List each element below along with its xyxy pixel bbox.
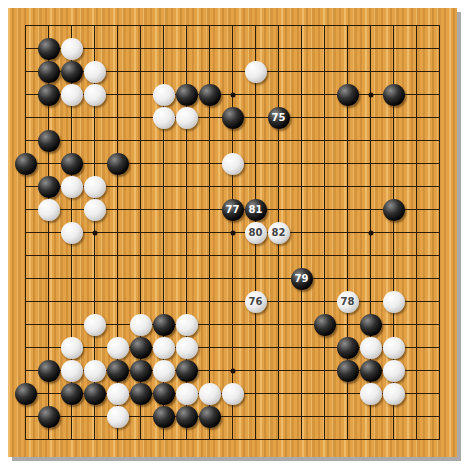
black-stone [176,360,198,382]
black-stone [199,84,221,106]
star-point [92,230,97,235]
black-stone [38,360,60,382]
black-stone [61,61,83,83]
black-stone [38,61,60,83]
white-stone [383,337,405,359]
black-stone [38,84,60,106]
black-stone-move-77: 77 [222,199,244,221]
black-stone-move-81: 81 [245,199,267,221]
black-stone [153,383,175,405]
star-point [230,92,235,97]
white-stone [153,360,175,382]
white-stone [61,222,83,244]
black-stone [360,314,382,336]
black-stone [222,107,244,129]
white-stone [153,107,175,129]
white-stone [107,406,129,428]
black-stone [383,84,405,106]
black-stone [176,406,198,428]
black-stone [61,383,83,405]
white-stone [61,84,83,106]
black-stone [130,360,152,382]
grid-line-horizontal [25,439,440,440]
grid-line-horizontal [25,301,440,302]
white-stone [176,107,198,129]
white-stone [61,360,83,382]
white-stone [360,383,382,405]
white-stone [84,314,106,336]
black-stone [176,84,198,106]
white-stone [84,176,106,198]
white-stone [84,61,106,83]
white-stone-move-80: 80 [245,222,267,244]
black-stone [38,406,60,428]
black-stone [337,337,359,359]
black-stone [337,84,359,106]
white-stone [245,61,267,83]
star-point [368,230,373,235]
white-stone [383,291,405,313]
black-stone [15,153,37,175]
black-stone [38,130,60,152]
grid-line-horizontal [25,416,440,417]
white-stone-move-76: 76 [245,291,267,313]
white-stone [383,360,405,382]
white-stone [84,360,106,382]
black-stone [337,360,359,382]
black-stone [38,38,60,60]
black-stone [383,199,405,221]
black-stone [107,360,129,382]
black-stone [153,314,175,336]
black-stone [38,176,60,198]
white-stone-move-78: 78 [337,291,359,313]
white-stone [153,337,175,359]
grid-line-vertical [324,25,325,440]
white-stone [176,383,198,405]
white-stone [153,84,175,106]
star-point [230,368,235,373]
grid-line-horizontal [25,255,440,256]
grid-line-vertical [416,25,417,440]
black-stone [61,153,83,175]
white-stone [84,199,106,221]
white-stone [383,383,405,405]
black-stone [130,383,152,405]
black-stone [15,383,37,405]
white-stone [176,337,198,359]
white-stone [84,84,106,106]
black-stone [130,337,152,359]
black-stone [84,383,106,405]
grid-line-vertical [439,25,440,440]
white-stone [176,314,198,336]
white-stone [222,383,244,405]
black-stone [153,406,175,428]
white-stone [38,199,60,221]
screenshot-root: 7577818082797678 [0,0,465,465]
white-stone [222,153,244,175]
black-stone-move-75: 75 [268,107,290,129]
white-stone [61,38,83,60]
star-point [368,92,373,97]
black-stone [107,153,129,175]
grid-line-vertical [301,25,302,440]
star-point [230,230,235,235]
grid-line-horizontal [25,278,440,279]
black-stone [314,314,336,336]
black-stone [360,360,382,382]
white-stone [130,314,152,336]
white-stone [107,337,129,359]
go-board[interactable]: 7577818082797678 [8,8,457,457]
white-stone [107,383,129,405]
white-stone [61,176,83,198]
white-stone [199,383,221,405]
white-stone-move-82: 82 [268,222,290,244]
white-stone [61,337,83,359]
black-stone [199,406,221,428]
black-stone-move-79: 79 [291,268,313,290]
white-stone [360,337,382,359]
